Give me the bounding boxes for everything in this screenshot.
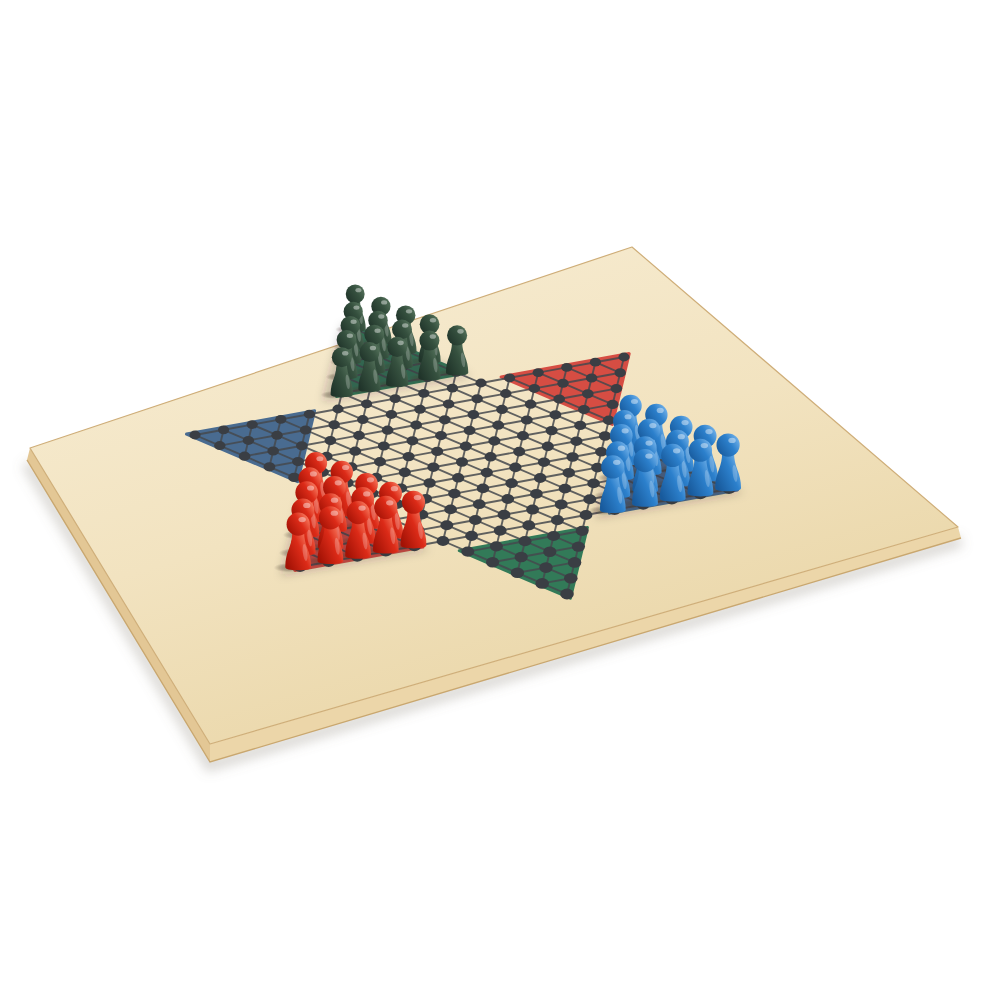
hole-dot — [452, 473, 464, 483]
peg-highlight — [370, 346, 376, 351]
hole-dot — [329, 420, 340, 429]
hole-dot — [443, 400, 454, 409]
hole-dot — [288, 473, 300, 482]
peg-highlight — [307, 485, 314, 490]
hole-dot — [477, 484, 489, 494]
hole-dot — [505, 478, 517, 488]
hole-dot — [486, 557, 499, 567]
hole-dot — [353, 431, 365, 440]
hole-dot — [399, 468, 411, 478]
chinese-checkers-board-photo — [0, 0, 1000, 1000]
peg-highlight — [649, 423, 656, 428]
hole-dot — [561, 363, 572, 372]
hole-dot — [410, 420, 422, 429]
hole-dot — [473, 499, 486, 509]
hole-dot — [557, 379, 568, 388]
hole-dot — [522, 520, 535, 530]
peg-highlight — [374, 328, 380, 332]
hole-dot — [590, 358, 601, 367]
peg-highlight — [397, 341, 403, 346]
peg-highlight — [335, 480, 342, 485]
hole-dot — [488, 436, 500, 445]
hole-dot — [538, 457, 550, 467]
hole-dot — [504, 373, 515, 382]
hole-dot — [304, 410, 315, 419]
hole-dot — [599, 431, 611, 441]
hole-dot — [530, 489, 543, 499]
hole-dot — [460, 442, 472, 451]
peg-highlight — [303, 503, 310, 508]
hole-dot — [529, 384, 540, 393]
hole-dot — [546, 426, 558, 435]
hole-dot — [424, 478, 436, 488]
hole-dot — [456, 457, 468, 467]
hole-dot — [475, 379, 486, 388]
peg-highlight — [391, 486, 398, 491]
peg-highlight — [381, 300, 387, 304]
hole-dot — [300, 426, 311, 435]
hole-dot — [469, 515, 482, 525]
peg-highlight — [386, 500, 393, 505]
peg-highlight — [613, 460, 620, 465]
hole-dot — [535, 578, 549, 589]
hole-dot — [568, 557, 581, 568]
hole-dot — [439, 415, 451, 424]
peg-highlight — [430, 318, 436, 322]
hole-dot — [427, 462, 439, 472]
hole-dot — [418, 389, 429, 398]
hole-dot — [563, 468, 575, 478]
hole-dot — [550, 410, 562, 419]
peg-highlight — [298, 517, 305, 522]
hole-dot — [296, 441, 308, 450]
hole-dot — [618, 353, 629, 362]
hole-dot — [578, 405, 590, 414]
hole-dot — [511, 568, 524, 579]
peg-highlight — [342, 351, 348, 356]
peg-highlight — [355, 288, 361, 292]
peg-highlight — [631, 399, 638, 404]
peg-highlight — [358, 505, 365, 510]
hole-dot — [543, 547, 556, 557]
hole-dot — [570, 436, 582, 446]
hole-dot — [440, 520, 453, 530]
hole-dot — [378, 441, 390, 450]
hole-dot — [464, 426, 476, 435]
peg-highlight — [402, 323, 408, 327]
hole-dot — [559, 484, 572, 494]
hole-dot — [267, 446, 279, 455]
hole-dot — [572, 541, 585, 551]
peg-highlight — [622, 428, 629, 433]
hole-dot — [271, 431, 282, 440]
hole-dot — [519, 536, 532, 546]
hole-dot — [517, 431, 529, 440]
hole-dot — [472, 394, 483, 403]
hole-dot — [349, 447, 361, 456]
hole-dot — [603, 416, 615, 425]
hole-dot — [382, 426, 394, 435]
peg-highlight — [645, 440, 652, 445]
hole-dot — [264, 462, 276, 471]
hole-dot — [567, 452, 579, 462]
peg-highlight — [378, 314, 384, 318]
hole-dot — [374, 457, 386, 466]
hole-dot — [586, 374, 597, 383]
peg-highlight — [430, 334, 436, 339]
hole-dot — [513, 447, 525, 457]
hole-dot — [539, 562, 552, 573]
hole-dot — [437, 536, 450, 546]
hole-dot — [468, 410, 480, 419]
hole-dot — [361, 399, 372, 408]
peg-highlight — [728, 438, 735, 443]
peg-highlight — [342, 465, 349, 470]
hole-dot — [564, 573, 578, 584]
peg-highlight — [705, 429, 712, 434]
peg-highlight — [367, 477, 374, 482]
board-canvas — [0, 0, 1000, 1000]
peg-highlight — [673, 448, 680, 453]
hole-dot — [525, 400, 537, 409]
hole-dot — [325, 436, 337, 445]
peg-highlight — [457, 329, 463, 334]
hole-dot — [534, 473, 546, 483]
peg-highlight — [310, 471, 317, 476]
hole-dot — [496, 405, 508, 414]
hole-dot — [611, 384, 623, 393]
hole-dot — [447, 384, 458, 393]
hole-dot — [292, 457, 304, 466]
hole-dot — [555, 499, 568, 509]
peg-highlight — [678, 434, 685, 439]
hole-dot — [403, 452, 415, 461]
hole-dot — [500, 389, 511, 398]
hole-dot — [553, 394, 565, 403]
hole-dot — [542, 442, 554, 452]
hole-dot — [492, 421, 504, 430]
peg-highlight — [414, 495, 421, 500]
peg-highlight — [347, 334, 353, 338]
hole-dot — [576, 526, 589, 536]
hole-dot — [461, 547, 474, 557]
hole-dot — [582, 389, 594, 398]
hole-dot — [560, 589, 574, 600]
hole-dot — [332, 405, 343, 414]
hole-dot — [521, 415, 533, 424]
hole-dot — [414, 405, 425, 414]
peg-highlight — [353, 305, 359, 309]
peg-highlight — [624, 414, 631, 419]
hole-dot — [607, 400, 619, 409]
peg-highlight — [681, 420, 688, 425]
hole-dot — [498, 510, 511, 520]
peg-highlight — [645, 453, 652, 458]
hole-dot — [574, 421, 586, 430]
hole-dot — [547, 531, 560, 541]
hole-dot — [444, 505, 457, 515]
hole-dot — [490, 541, 503, 551]
hole-dot — [481, 468, 493, 478]
hole-dot — [509, 463, 521, 473]
hole-dot — [551, 515, 564, 525]
hole-dot — [515, 552, 528, 562]
hole-dot — [465, 531, 478, 541]
hole-dot — [615, 368, 626, 377]
peg-highlight — [316, 456, 323, 461]
peg-highlight — [331, 498, 338, 503]
hole-dot — [431, 447, 443, 456]
peg-highlight — [331, 511, 338, 516]
hole-dot — [502, 494, 515, 504]
hole-dot — [386, 410, 397, 419]
peg-highlight — [618, 446, 625, 451]
peg-highlight — [657, 408, 664, 413]
peg-highlight — [363, 491, 370, 496]
hole-dot — [214, 441, 225, 450]
peg-highlight — [351, 320, 357, 324]
peg-highlight — [701, 443, 708, 448]
hole-dot — [247, 420, 258, 429]
hole-dot — [357, 415, 368, 424]
hole-dot — [275, 415, 286, 424]
hole-dot — [407, 436, 419, 445]
hole-dot — [448, 489, 460, 499]
hole-dot — [243, 436, 254, 445]
hole-dot — [239, 452, 251, 461]
hole-dot — [390, 394, 401, 403]
peg-highlight — [406, 309, 412, 313]
hole-dot — [218, 425, 229, 434]
hole-dot — [533, 368, 544, 377]
hole-dot — [485, 452, 497, 462]
hole-dot — [189, 431, 200, 440]
hole-dot — [526, 505, 539, 515]
hole-dot — [435, 431, 447, 440]
hole-dot — [494, 526, 507, 536]
